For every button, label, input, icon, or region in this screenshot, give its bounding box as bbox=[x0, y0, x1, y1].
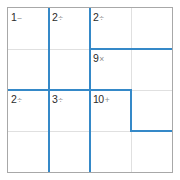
cell-r0c3[interactable] bbox=[131, 8, 172, 49]
cell-r3c3[interactable] bbox=[131, 131, 172, 172]
cell-r2c2[interactable]: 10+ bbox=[90, 90, 131, 131]
cage-clue-e: 2÷ bbox=[11, 92, 22, 106]
cell-r2c3[interactable] bbox=[131, 90, 172, 131]
cell-r0c2[interactable]: 2÷ bbox=[90, 8, 131, 49]
cage-clue-d: 9× bbox=[93, 51, 104, 65]
cell-r3c1[interactable] bbox=[49, 131, 90, 172]
cell-r1c1[interactable] bbox=[49, 49, 90, 90]
cage-clue-c: 2÷ bbox=[93, 10, 104, 24]
cage-operator-icon: ÷ bbox=[99, 13, 104, 23]
cage-operator-icon: × bbox=[99, 54, 104, 64]
cage-operator-icon: ÷ bbox=[58, 95, 63, 105]
cage-operator-icon: ÷ bbox=[58, 13, 63, 23]
cage-clue-target: 2 bbox=[93, 11, 98, 23]
cage-clue-b: 2÷ bbox=[52, 10, 63, 24]
cage-clue-g: 10+ bbox=[93, 92, 110, 106]
cage-operator-icon: − bbox=[17, 13, 22, 23]
cell-r0c0[interactable]: 1− bbox=[8, 8, 49, 49]
cell-r2c1[interactable]: 3÷ bbox=[49, 90, 90, 131]
cage-clue-target: 3 bbox=[52, 93, 57, 105]
cage-clue-target: 2 bbox=[52, 11, 57, 23]
cell-r1c3[interactable] bbox=[131, 49, 172, 90]
cell-r1c2[interactable]: 9× bbox=[90, 49, 131, 90]
cage-operator-icon: + bbox=[105, 95, 110, 105]
cell-r0c1[interactable]: 2÷ bbox=[49, 8, 90, 49]
cage-clue-a: 1− bbox=[11, 10, 22, 24]
cage-operator-icon: ÷ bbox=[17, 95, 22, 105]
kenken-board: 1−2÷2÷9×2÷3÷10+ bbox=[7, 7, 173, 173]
kenken-puzzle: 1−2÷2÷9×2÷3÷10+ bbox=[0, 0, 180, 180]
cell-r1c0[interactable] bbox=[8, 49, 49, 90]
cell-r3c2[interactable] bbox=[90, 131, 131, 172]
cell-r2c0[interactable]: 2÷ bbox=[8, 90, 49, 131]
cage-clue-target: 10 bbox=[93, 93, 104, 105]
cell-r3c0[interactable] bbox=[8, 131, 49, 172]
cage-clue-target: 9 bbox=[93, 52, 98, 64]
cage-clue-f: 3÷ bbox=[52, 92, 63, 106]
cage-clue-target: 2 bbox=[11, 93, 16, 105]
cage-clue-target: 1 bbox=[11, 11, 16, 23]
